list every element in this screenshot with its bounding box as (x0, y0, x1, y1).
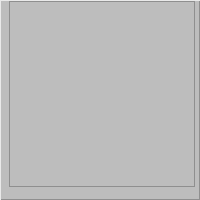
rank-coordinates (0, 2, 10, 186)
chess-board-frame (0, 0, 200, 200)
chess-board[interactable] (10, 2, 194, 186)
file-coordinates (10, 186, 194, 200)
